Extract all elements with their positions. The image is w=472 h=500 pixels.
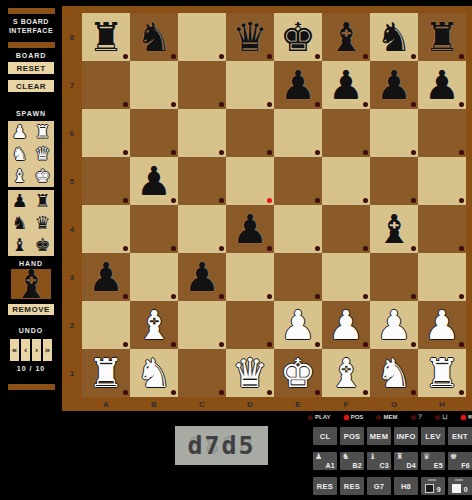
spawn-section-label: SPAWN [16,110,46,117]
square-led [459,294,464,299]
spawn-white-knight[interactable]: ♞ [11,144,27,164]
sidebar: S BOARD INTERFACE BOARD RESET CLEAR SPAW… [0,0,62,500]
spawn-black-rook[interactable]: ♜ [34,191,50,211]
spawn-black-bishop[interactable]: ♝ [11,235,27,255]
white-knight-icon: ♞ [342,452,349,461]
key-label: B2 [352,462,362,469]
piece-black-queen: ♛ [232,13,268,61]
led-check-icon-label: ? [418,414,422,420]
square-led [459,150,464,155]
piece-white-queen: ♛ [232,349,268,397]
piece-black-pawn: ♟ [232,205,268,253]
square-f4[interactable] [322,205,370,253]
rank-label-6: 6 [62,109,82,157]
led-mem-label: MEM [383,414,397,420]
rank-labels: 87654321 [62,13,82,397]
square-led [459,198,464,203]
square-b3[interactable] [130,253,178,301]
spawn-white-bishop[interactable]: ♝ [11,166,27,186]
square-c2[interactable] [178,301,226,349]
key-label: E5 [434,462,443,469]
file-label-b: B [130,397,178,411]
square-led [123,342,128,347]
square-c8[interactable] [178,13,226,61]
led-play [308,415,313,420]
square-a5[interactable] [82,157,130,205]
led-tray-icon-label: ⊔ [442,414,447,420]
square-led [123,102,128,107]
file-labels: ABCDEFGH [82,397,466,411]
square-led-lit [267,198,272,203]
file-label-a: A [82,397,130,411]
square-led [219,246,224,251]
square-f2[interactable]: ♟ [322,301,370,349]
square-b5[interactable]: ♟ [130,157,178,205]
spawn-black-king[interactable]: ♚ [34,235,50,255]
piece-white-pawn: ♟ [424,301,460,349]
key-res-1[interactable]: RES [313,477,337,495]
hand-piece-black-bishop: ♝ [13,260,49,308]
file-label-c: C [178,397,226,411]
black-square-icon [425,484,434,493]
square-d4[interactable]: ♟ [226,205,274,253]
led-pos [344,415,349,420]
piece-black-rook: ♜ [424,13,460,61]
square-c3[interactable]: ♟ [178,253,226,301]
square-g5[interactable] [370,157,418,205]
undo-first-button[interactable]: « [10,339,19,361]
square-d2[interactable] [226,301,274,349]
square-led [219,390,224,395]
piece-white-pawn: ♟ [376,301,412,349]
rank-label-3: 3 [62,253,82,301]
rank-label-1: 1 [62,349,82,397]
square-h4[interactable] [418,205,466,253]
square-g2[interactable]: ♟ [370,301,418,349]
spawn-palette-white: ♟♜♞♛♝♚ [8,121,54,187]
spawn-black-knight[interactable]: ♞ [11,213,27,233]
undo-counter: 10 / 10 [17,365,45,372]
square-a2[interactable] [82,301,130,349]
square-a4[interactable] [82,205,130,253]
hand-slot: ♝ [11,269,51,299]
key-a1[interactable]: ♟A1 [313,452,337,470]
square-led [315,294,320,299]
square-b4[interactable] [130,205,178,253]
lcd-display: 8888 d7d5 [175,426,268,465]
accent-bar [8,42,55,48]
undo-section-label: UNDO [19,327,44,334]
key-pos[interactable]: POS [340,427,364,445]
square-g7[interactable]: ♟ [370,61,418,109]
chess-board: 87654321 ♜♞♛♚♝♞♜♟♟♟♟♟♟♝♟♟♝♟♟♟♟♜♞♛♚♝♞♜ AB… [62,6,472,411]
square-b8[interactable]: ♞ [130,13,178,61]
square-g3[interactable] [370,253,418,301]
square-led [363,294,368,299]
led-check-icon [411,415,416,420]
square-b7[interactable] [130,61,178,109]
spawn-white-queen[interactable]: ♛ [34,144,50,164]
white-queen-icon: ♛ [423,452,430,461]
file-label-h: H [418,397,466,411]
undo-controls: «‹›» [10,339,52,361]
undo-last-button[interactable]: » [43,339,52,361]
accent-bar [8,384,55,390]
board-section-label: BOARD [16,52,47,59]
key-label: A1 [325,462,335,469]
key-e5[interactable]: ♛E5 [421,452,445,470]
square-e6[interactable] [274,109,322,157]
piece-white-knight: ♞ [376,349,412,397]
piece-black-pawn: ♟ [280,61,316,109]
key-b2[interactable]: ♞B2 [340,452,364,470]
spawn-black-queen[interactable]: ♛ [34,213,50,233]
square-h8[interactable]: ♜ [418,13,466,61]
board-squares: ♜♞♛♚♝♞♜♟♟♟♟♟♟♝♟♟♝♟♟♟♟♜♞♛♚♝♞♜ [82,13,466,397]
square-g4[interactable]: ♝ [370,205,418,253]
square-led [171,150,176,155]
accent-bar [8,8,55,14]
square-f5[interactable] [322,157,370,205]
square-led [459,246,464,251]
piece-black-pawn: ♟ [88,253,124,301]
white-square-icon [452,484,461,493]
square-led [219,198,224,203]
led-check-icon-group: ? [411,414,422,420]
key-0[interactable]: 0 [448,477,472,495]
key-label: 9 [437,486,441,493]
square-e4[interactable] [274,205,322,253]
dash-icon [428,479,436,481]
piece-black-pawn: ♟ [184,253,220,301]
square-led [123,246,128,251]
square-led [267,342,272,347]
piece-black-rook: ♜ [88,13,124,61]
led-pos-group: POS [344,414,364,420]
square-led [219,150,224,155]
square-d7[interactable] [226,61,274,109]
file-label-d: D [226,397,274,411]
square-led [411,150,416,155]
key-label: F6 [461,462,470,469]
square-h3[interactable] [418,253,466,301]
file-label-e: E [274,397,322,411]
square-b6[interactable] [130,109,178,157]
white-rook-icon: ♜ [396,452,403,461]
square-a8[interactable]: ♜ [82,13,130,61]
key-label: 0 [464,486,468,493]
square-h2[interactable]: ♟ [418,301,466,349]
square-led [171,294,176,299]
square-led [315,198,320,203]
led-mem-group: MEM [376,414,397,420]
rank-label-4: 4 [62,205,82,253]
square-g6[interactable] [370,109,418,157]
clear-button[interactable]: CLEAR [8,80,54,92]
square-led [123,150,128,155]
square-led [363,150,368,155]
piece-white-knight: ♞ [136,349,172,397]
piece-black-bishop: ♝ [328,13,364,61]
piece-white-bishop: ♝ [136,301,172,349]
app-title: S BOARD INTERFACE [9,17,53,35]
piece-black-pawn: ♟ [328,61,364,109]
square-d6[interactable] [226,109,274,157]
square-e2[interactable]: ♟ [274,301,322,349]
square-f8[interactable]: ♝ [322,13,370,61]
file-label-f: F [322,397,370,411]
led-tray-icon [435,415,440,420]
square-e1[interactable]: ♚ [274,349,322,397]
rank-label-2: 2 [62,301,82,349]
square-led [123,198,128,203]
lcd-move-text: d7d5 [175,426,268,465]
square-f6[interactable] [322,109,370,157]
square-h6[interactable] [418,109,466,157]
piece-white-pawn: ♟ [328,301,364,349]
square-c5[interactable] [178,157,226,205]
piece-black-bishop: ♝ [376,205,412,253]
square-d1[interactable]: ♛ [226,349,274,397]
undo-back-button[interactable]: ‹ [21,339,30,361]
square-c6[interactable] [178,109,226,157]
rank-label-7: 7 [62,61,82,109]
square-led [267,102,272,107]
square-e7[interactable]: ♟ [274,61,322,109]
square-led [171,102,176,107]
square-g8[interactable]: ♞ [370,13,418,61]
led-black-square-icon-label: ■ [468,414,472,420]
square-h7[interactable]: ♟ [418,61,466,109]
chess-computer-app: S BOARD INTERFACE BOARD RESET CLEAR SPAW… [0,0,472,500]
square-f1[interactable]: ♝ [322,349,370,397]
key-cl[interactable]: CL [313,427,337,445]
white-bishop-icon: ♝ [369,452,376,461]
square-led [171,246,176,251]
spawn-black-pawn[interactable]: ♟ [11,191,27,211]
key-info[interactable]: INFO [394,427,418,445]
piece-white-king: ♚ [280,349,316,397]
reset-button[interactable]: RESET [8,62,54,74]
piece-white-rook: ♜ [424,349,460,397]
piece-black-pawn: ♟ [136,157,172,205]
square-d8[interactable]: ♛ [226,13,274,61]
spawn-palette-black: ♟♜♞♛♝♚ [8,190,54,256]
spawn-white-rook[interactable]: ♜ [34,122,50,142]
square-h1[interactable]: ♜ [418,349,466,397]
square-led [411,198,416,203]
spawn-white-king[interactable]: ♚ [34,166,50,186]
square-d3[interactable] [226,253,274,301]
status-led-row: PLAYPOSMEM?⊔■ [308,412,472,422]
rank-label-5: 5 [62,157,82,205]
key-lev[interactable]: LEV [421,427,445,445]
square-led [315,246,320,251]
square-c7[interactable] [178,61,226,109]
square-led [267,294,272,299]
square-b2[interactable]: ♝ [130,301,178,349]
led-black-square-icon-group: ■ [461,414,472,420]
square-c4[interactable] [178,205,226,253]
square-led [411,294,416,299]
square-g1[interactable]: ♞ [370,349,418,397]
square-led [267,150,272,155]
piece-black-king: ♚ [280,13,316,61]
file-label-g: G [370,397,418,411]
led-pos-label: POS [351,414,364,420]
key-h8[interactable]: H8 [394,477,418,495]
key-9[interactable]: 9 [421,477,445,495]
piece-black-pawn: ♟ [376,61,412,109]
key-c3[interactable]: ♝C3 [367,452,391,470]
undo-forward-button[interactable]: › [32,339,41,361]
square-led [219,54,224,59]
piece-black-knight: ♞ [136,13,172,61]
square-h5[interactable] [418,157,466,205]
key-label: C3 [379,462,389,469]
square-a7[interactable] [82,61,130,109]
square-c1[interactable] [178,349,226,397]
white-pawn-icon: ♟ [315,452,322,461]
piece-white-rook: ♜ [88,349,124,397]
console-keypad: CLPOSMEMINFOLEVENT♟A1♞B2♝C3♜D4♛E5♚F6RESR… [313,427,472,495]
spawn-white-pawn[interactable]: ♟ [11,122,27,142]
rank-label-8: 8 [62,13,82,61]
square-led [219,102,224,107]
square-e8[interactable]: ♚ [274,13,322,61]
square-d5[interactable] [226,157,274,205]
square-a1[interactable]: ♜ [82,349,130,397]
key-d4[interactable]: ♜D4 [394,452,418,470]
key-label: D4 [406,462,416,469]
key-f6[interactable]: ♚F6 [448,452,472,470]
key-mem[interactable]: MEM [367,427,391,445]
square-a3[interactable]: ♟ [82,253,130,301]
piece-black-knight: ♞ [376,13,412,61]
square-led [363,246,368,251]
square-e5[interactable] [274,157,322,205]
led-tray-icon-group: ⊔ [435,414,447,420]
square-f7[interactable]: ♟ [322,61,370,109]
square-f3[interactable] [322,253,370,301]
led-play-label: PLAY [315,414,330,420]
led-mem [376,415,381,420]
square-led [363,198,368,203]
square-led [219,342,224,347]
piece-white-pawn: ♟ [280,301,316,349]
piece-white-bishop: ♝ [328,349,364,397]
square-e3[interactable] [274,253,322,301]
square-b1[interactable]: ♞ [130,349,178,397]
key-g7[interactable]: G7 [367,477,391,495]
key-ent[interactable]: ENT [448,427,472,445]
white-king-icon: ♚ [450,452,457,461]
square-a6[interactable] [82,109,130,157]
square-led [315,150,320,155]
led-play-group: PLAY [308,414,330,420]
piece-black-pawn: ♟ [424,61,460,109]
dash-icon [455,479,463,481]
led-black-square-icon [461,415,466,420]
key-res-2[interactable]: RES [340,477,364,495]
